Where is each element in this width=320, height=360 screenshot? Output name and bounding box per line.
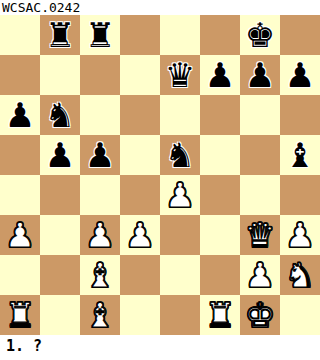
black-pawn[interactable]: ♟ xyxy=(240,55,280,95)
square-c8[interactable]: ♜ xyxy=(80,15,120,55)
square-e8[interactable] xyxy=(160,15,200,55)
square-h4[interactable] xyxy=(280,175,320,215)
square-a8[interactable] xyxy=(0,15,40,55)
square-c7[interactable] xyxy=(80,55,120,95)
square-f2[interactable] xyxy=(200,255,240,295)
square-a1[interactable]: ♜ xyxy=(0,295,40,335)
square-b7[interactable] xyxy=(40,55,80,95)
square-f8[interactable] xyxy=(200,15,240,55)
square-e3[interactable] xyxy=(160,215,200,255)
square-a2[interactable] xyxy=(0,255,40,295)
square-f1[interactable]: ♜ xyxy=(200,295,240,335)
white-pawn[interactable]: ♟ xyxy=(240,255,280,295)
white-king[interactable]: ♚ xyxy=(240,295,280,335)
square-f4[interactable] xyxy=(200,175,240,215)
square-h8[interactable] xyxy=(280,15,320,55)
black-rook[interactable]: ♜ xyxy=(40,15,80,55)
square-f6[interactable] xyxy=(200,95,240,135)
black-rook[interactable]: ♜ xyxy=(80,15,120,55)
square-e2[interactable] xyxy=(160,255,200,295)
black-queen[interactable]: ♛ xyxy=(160,55,200,95)
square-f3[interactable] xyxy=(200,215,240,255)
black-knight[interactable]: ♞ xyxy=(160,135,200,175)
wcsac-window: WCSAC.0242 ♜♜♚♛♟♟♟♟♞♟♟♞♝♟♟♟♟♛♟♝♟♞♜♝♜♚ 1.… xyxy=(0,0,320,360)
square-b8[interactable]: ♜ xyxy=(40,15,80,55)
white-bishop[interactable]: ♝ xyxy=(80,295,120,335)
square-h5[interactable]: ♝ xyxy=(280,135,320,175)
square-h6[interactable] xyxy=(280,95,320,135)
white-bishop[interactable]: ♝ xyxy=(80,255,120,295)
white-pawn[interactable]: ♟ xyxy=(280,215,320,255)
square-d5[interactable] xyxy=(120,135,160,175)
square-d3[interactable]: ♟ xyxy=(120,215,160,255)
white-queen[interactable]: ♛ xyxy=(240,215,280,255)
square-h7[interactable]: ♟ xyxy=(280,55,320,95)
square-g5[interactable] xyxy=(240,135,280,175)
black-pawn[interactable]: ♟ xyxy=(40,135,80,175)
square-g4[interactable] xyxy=(240,175,280,215)
black-king[interactable]: ♚ xyxy=(240,15,280,55)
square-g7[interactable]: ♟ xyxy=(240,55,280,95)
square-c6[interactable] xyxy=(80,95,120,135)
black-bishop[interactable]: ♝ xyxy=(280,135,320,175)
square-g1[interactable]: ♚ xyxy=(240,295,280,335)
square-f7[interactable]: ♟ xyxy=(200,55,240,95)
square-h3[interactable]: ♟ xyxy=(280,215,320,255)
square-d8[interactable] xyxy=(120,15,160,55)
white-pawn[interactable]: ♟ xyxy=(120,215,160,255)
square-c2[interactable]: ♝ xyxy=(80,255,120,295)
white-rook[interactable]: ♜ xyxy=(0,295,40,335)
square-e1[interactable] xyxy=(160,295,200,335)
square-b3[interactable] xyxy=(40,215,80,255)
black-knight[interactable]: ♞ xyxy=(40,95,80,135)
square-f5[interactable] xyxy=(200,135,240,175)
square-a3[interactable]: ♟ xyxy=(0,215,40,255)
white-pawn[interactable]: ♟ xyxy=(0,215,40,255)
square-a7[interactable] xyxy=(0,55,40,95)
square-d6[interactable] xyxy=(120,95,160,135)
white-knight[interactable]: ♞ xyxy=(280,255,320,295)
square-d4[interactable] xyxy=(120,175,160,215)
square-g6[interactable] xyxy=(240,95,280,135)
square-e5[interactable]: ♞ xyxy=(160,135,200,175)
square-h2[interactable]: ♞ xyxy=(280,255,320,295)
square-b4[interactable] xyxy=(40,175,80,215)
square-d1[interactable] xyxy=(120,295,160,335)
square-d2[interactable] xyxy=(120,255,160,295)
square-e4[interactable]: ♟ xyxy=(160,175,200,215)
square-g8[interactable]: ♚ xyxy=(240,15,280,55)
square-g2[interactable]: ♟ xyxy=(240,255,280,295)
square-e6[interactable] xyxy=(160,95,200,135)
square-b1[interactable] xyxy=(40,295,80,335)
square-a4[interactable] xyxy=(0,175,40,215)
square-e7[interactable]: ♛ xyxy=(160,55,200,95)
square-c1[interactable]: ♝ xyxy=(80,295,120,335)
square-d7[interactable] xyxy=(120,55,160,95)
white-rook[interactable]: ♜ xyxy=(200,295,240,335)
move-prompt: 1. ? xyxy=(0,335,320,360)
square-a6[interactable]: ♟ xyxy=(0,95,40,135)
square-b6[interactable]: ♞ xyxy=(40,95,80,135)
square-b2[interactable] xyxy=(40,255,80,295)
square-c4[interactable] xyxy=(80,175,120,215)
square-b5[interactable]: ♟ xyxy=(40,135,80,175)
square-c5[interactable]: ♟ xyxy=(80,135,120,175)
black-pawn[interactable]: ♟ xyxy=(200,55,240,95)
black-pawn[interactable]: ♟ xyxy=(280,55,320,95)
square-g3[interactable]: ♛ xyxy=(240,215,280,255)
chess-board: ♜♜♚♛♟♟♟♟♞♟♟♞♝♟♟♟♟♛♟♝♟♞♜♝♜♚ xyxy=(0,15,320,335)
black-pawn[interactable]: ♟ xyxy=(0,95,40,135)
square-c3[interactable]: ♟ xyxy=(80,215,120,255)
white-pawn[interactable]: ♟ xyxy=(80,215,120,255)
square-h1[interactable] xyxy=(280,295,320,335)
black-pawn[interactable]: ♟ xyxy=(80,135,120,175)
white-pawn[interactable]: ♟ xyxy=(160,175,200,215)
puzzle-id: WCSAC.0242 xyxy=(0,0,320,15)
square-a5[interactable] xyxy=(0,135,40,175)
